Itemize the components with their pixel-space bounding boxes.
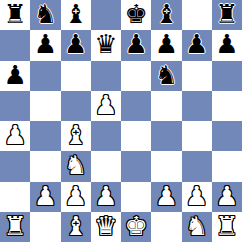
square-a4[interactable]: ♟ — [0, 121, 30, 151]
square-a5[interactable] — [0, 91, 30, 121]
square-e1[interactable]: ♚ — [121, 212, 151, 242]
square-a2[interactable] — [0, 182, 30, 212]
square-c5[interactable] — [61, 91, 91, 121]
white-rook: ♜ — [3, 213, 26, 239]
square-a8[interactable]: ♜ — [0, 0, 30, 30]
square-h4[interactable] — [212, 121, 242, 151]
square-c4[interactable]: ♝ — [61, 121, 91, 151]
white-knight: ♞ — [64, 152, 87, 178]
white-bishop: ♝ — [64, 213, 87, 239]
square-c1[interactable]: ♝ — [61, 212, 91, 242]
square-g3[interactable] — [182, 151, 212, 181]
white-king: ♚ — [124, 213, 147, 239]
square-c2[interactable]: ♟ — [61, 182, 91, 212]
square-f4[interactable] — [151, 121, 181, 151]
black-pawn: ♟ — [185, 31, 208, 57]
square-f6[interactable]: ♞ — [151, 61, 181, 91]
square-e3[interactable] — [121, 151, 151, 181]
square-c7[interactable]: ♟ — [61, 30, 91, 60]
square-g5[interactable] — [182, 91, 212, 121]
square-c8[interactable]: ♝ — [61, 0, 91, 30]
square-a1[interactable]: ♜ — [0, 212, 30, 242]
square-g7[interactable]: ♟ — [182, 30, 212, 60]
square-a7[interactable] — [0, 30, 30, 60]
square-e8[interactable]: ♚ — [121, 0, 151, 30]
white-pawn: ♟ — [64, 183, 87, 209]
square-h8[interactable]: ♜ — [212, 0, 242, 30]
square-h1[interactable]: ♜ — [212, 212, 242, 242]
white-bishop: ♝ — [64, 122, 87, 148]
square-b1[interactable] — [30, 212, 60, 242]
white-rook: ♜ — [215, 213, 238, 239]
square-d7[interactable]: ♛ — [91, 30, 121, 60]
square-f8[interactable]: ♝ — [151, 0, 181, 30]
square-e7[interactable]: ♟ — [121, 30, 151, 60]
square-f3[interactable] — [151, 151, 181, 181]
square-e2[interactable] — [121, 182, 151, 212]
square-g4[interactable] — [182, 121, 212, 151]
black-pawn: ♟ — [215, 31, 238, 57]
square-d5[interactable]: ♟ — [91, 91, 121, 121]
square-e5[interactable] — [121, 91, 151, 121]
square-a3[interactable] — [0, 151, 30, 181]
square-g1[interactable]: ♞ — [182, 212, 212, 242]
chess-board: ♜♞♝♚♝♜♟♟♛♟♟♟♟♟♞♟♟♝♞♟♟♟♟♟♟♜♝♛♚♞♜ — [0, 0, 242, 242]
square-g2[interactable]: ♟ — [182, 182, 212, 212]
white-queen: ♛ — [94, 213, 117, 239]
black-pawn: ♟ — [34, 31, 57, 57]
square-h2[interactable]: ♟ — [212, 182, 242, 212]
square-f2[interactable]: ♟ — [151, 182, 181, 212]
white-pawn: ♟ — [94, 183, 117, 209]
square-b8[interactable]: ♞ — [30, 0, 60, 30]
black-rook: ♜ — [3, 1, 26, 27]
square-h6[interactable] — [212, 61, 242, 91]
square-c3[interactable]: ♞ — [61, 151, 91, 181]
square-b6[interactable] — [30, 61, 60, 91]
square-f1[interactable] — [151, 212, 181, 242]
square-d4[interactable] — [91, 121, 121, 151]
black-knight: ♞ — [155, 62, 178, 88]
white-pawn: ♟ — [215, 183, 238, 209]
black-queen: ♛ — [94, 31, 117, 57]
square-g6[interactable] — [182, 61, 212, 91]
square-a6[interactable]: ♟ — [0, 61, 30, 91]
white-pawn: ♟ — [185, 183, 208, 209]
black-bishop: ♝ — [155, 1, 178, 27]
black-rook: ♜ — [215, 1, 238, 27]
square-b7[interactable]: ♟ — [30, 30, 60, 60]
square-c6[interactable] — [61, 61, 91, 91]
black-pawn: ♟ — [3, 62, 26, 88]
square-d2[interactable]: ♟ — [91, 182, 121, 212]
square-b5[interactable] — [30, 91, 60, 121]
white-pawn: ♟ — [94, 92, 117, 118]
square-h3[interactable] — [212, 151, 242, 181]
black-pawn: ♟ — [64, 31, 87, 57]
white-pawn: ♟ — [3, 122, 26, 148]
square-b2[interactable]: ♟ — [30, 182, 60, 212]
square-f7[interactable]: ♟ — [151, 30, 181, 60]
square-g8[interactable] — [182, 0, 212, 30]
white-pawn: ♟ — [34, 183, 57, 209]
square-d8[interactable] — [91, 0, 121, 30]
square-d1[interactable]: ♛ — [91, 212, 121, 242]
black-king: ♚ — [124, 1, 147, 27]
square-e4[interactable] — [121, 121, 151, 151]
square-d6[interactable] — [91, 61, 121, 91]
black-pawn: ♟ — [155, 31, 178, 57]
black-pawn: ♟ — [124, 31, 147, 57]
square-h5[interactable] — [212, 91, 242, 121]
black-bishop: ♝ — [64, 1, 87, 27]
square-b3[interactable] — [30, 151, 60, 181]
white-knight: ♞ — [185, 213, 208, 239]
black-knight: ♞ — [34, 1, 57, 27]
square-h7[interactable]: ♟ — [212, 30, 242, 60]
square-e6[interactable] — [121, 61, 151, 91]
square-b4[interactable] — [30, 121, 60, 151]
white-pawn: ♟ — [155, 183, 178, 209]
square-f5[interactable] — [151, 91, 181, 121]
square-d3[interactable] — [91, 151, 121, 181]
